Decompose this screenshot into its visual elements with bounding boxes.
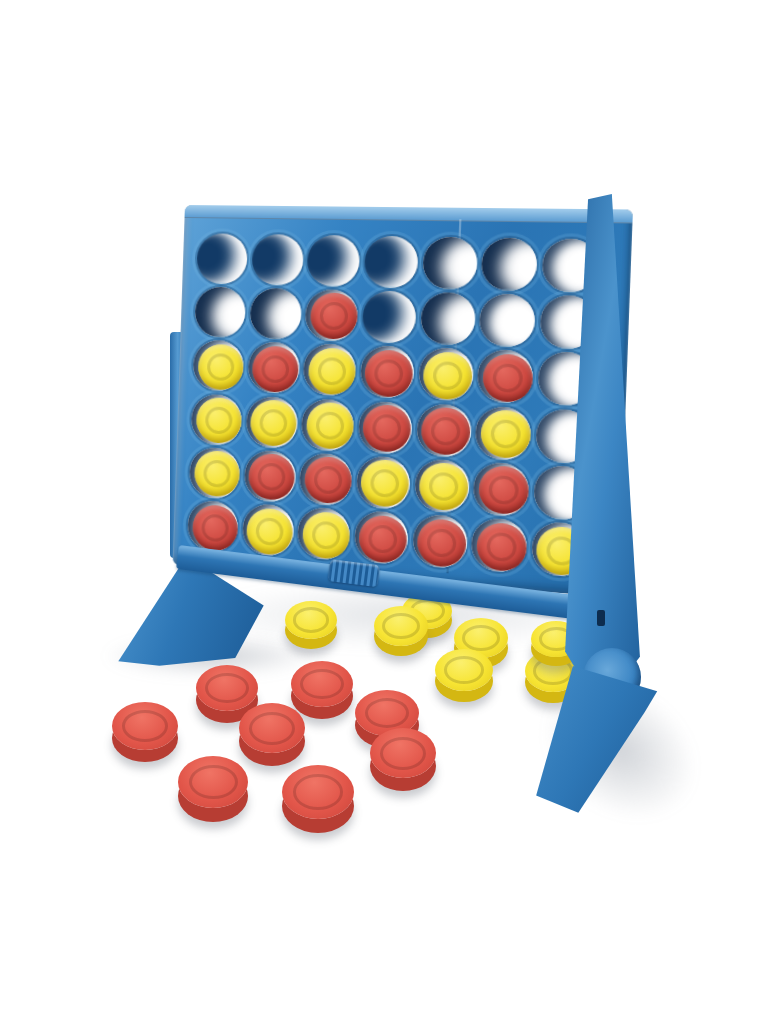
hole-occupied-r4c3 [301, 398, 355, 452]
grid-cell-r2c3[interactable] [303, 287, 361, 343]
yellow-disc-r6c2[interactable] [246, 507, 293, 556]
hole-occupied-r6c4 [354, 510, 409, 565]
hole-empty-r1c2 [251, 234, 304, 286]
hole-occupied-r6c5 [412, 514, 468, 570]
loose-red-chip-9[interactable] [291, 661, 353, 707]
grid-cell-r3c5[interactable] [416, 346, 476, 404]
grid-cell-r5c4[interactable] [354, 454, 413, 512]
grid-cell-r4c6[interactable] [472, 404, 534, 463]
hole-occupied-r3c2 [247, 342, 300, 395]
loose-yellow-chip-2[interactable] [374, 606, 428, 646]
red-disc-r5c2[interactable] [248, 453, 295, 501]
yellow-disc-r3c1[interactable] [197, 343, 244, 390]
grid-cell-r6c3[interactable] [295, 505, 353, 563]
grid-cell-r4c2[interactable] [243, 394, 300, 450]
yellow-disc-r5c4[interactable] [361, 459, 410, 508]
grid-cell-r1c2[interactable] [249, 232, 306, 287]
yellow-disc-r3c3[interactable] [308, 347, 356, 395]
yellow-disc-r4c2[interactable] [250, 399, 297, 447]
hole-occupied-r5c5 [414, 458, 470, 513]
grid-cell-r1c4[interactable] [362, 234, 421, 290]
grid-cell-r1c6[interactable] [479, 235, 541, 292]
grid-cell-r1c5[interactable] [420, 235, 480, 292]
right-post-slot [597, 610, 605, 626]
loose-yellow-chip-5[interactable] [435, 649, 493, 691]
yellow-disc-r3c5[interactable] [423, 351, 473, 400]
hole-occupied-r6c3 [297, 507, 351, 562]
hole-empty-r2c4 [362, 290, 417, 343]
hole-empty-r2c5 [420, 292, 476, 346]
red-disc-r3c4[interactable] [365, 349, 414, 397]
hole-empty-r1c3 [307, 234, 361, 286]
hole-empty-r2c1 [195, 286, 247, 338]
yellow-disc-r6c3[interactable] [302, 511, 350, 560]
hole-occupied-r3c6 [477, 349, 534, 404]
red-disc-r5c6[interactable] [478, 465, 529, 515]
hole-empty-r1c6 [481, 237, 538, 291]
grid-cell-r1c1[interactable] [194, 231, 250, 285]
red-disc-r6c5[interactable] [417, 518, 467, 568]
grid-cell-r6c5[interactable] [410, 512, 470, 571]
grid-cell-r1c3[interactable] [305, 233, 363, 289]
red-disc-r3c6[interactable] [482, 353, 533, 402]
yellow-disc-r4c1[interactable] [195, 397, 242, 444]
loose-red-chip-13[interactable] [370, 728, 436, 778]
hole-occupied-r3c5 [418, 347, 474, 401]
red-disc-r6c1[interactable] [192, 504, 239, 552]
hole-empty-r2c6 [479, 293, 536, 347]
grid-cell-r6c2[interactable] [240, 502, 297, 559]
grid-cell-r5c2[interactable] [242, 448, 299, 505]
grid-cell-r3c3[interactable] [301, 342, 359, 398]
red-disc-r2c3[interactable] [310, 293, 358, 341]
loose-red-chip-15[interactable] [282, 765, 354, 819]
loose-yellow-chip-1[interactable] [285, 601, 337, 639]
hole-occupied-r4c6 [475, 405, 532, 460]
grid-cell-r3c1[interactable] [191, 338, 247, 393]
grid-cell-r5c1[interactable] [187, 445, 243, 501]
red-disc-r6c6[interactable] [476, 521, 527, 572]
grid-cell-r2c5[interactable] [418, 290, 478, 347]
hole-occupied-r2c3 [305, 289, 359, 342]
hole-occupied-r6c6 [471, 517, 528, 573]
hole-occupied-r4c4 [358, 400, 413, 454]
yellow-disc-r4c6[interactable] [480, 409, 531, 459]
hole-empty-r2c2 [249, 288, 302, 340]
hole-occupied-r4c5 [416, 403, 472, 458]
hole-empty-r1c1 [196, 233, 248, 284]
loose-red-chip-8[interactable] [196, 665, 258, 711]
board-top-lip [185, 205, 633, 224]
grid-cell-r3c2[interactable] [245, 340, 302, 396]
hole-occupied-r4c1 [191, 393, 243, 446]
hole-occupied-r5c3 [299, 452, 353, 506]
red-disc-r4c5[interactable] [421, 407, 471, 456]
hole-occupied-r3c1 [193, 340, 245, 392]
grid-cell-r6c6[interactable] [468, 516, 529, 576]
grid-cell-r5c5[interactable] [412, 457, 472, 516]
hole-occupied-r5c1 [189, 447, 241, 500]
hole-occupied-r5c6 [473, 461, 530, 517]
grid-cell-r4c1[interactable] [189, 392, 245, 448]
hole-occupied-r5c4 [356, 455, 411, 510]
grid-cell-r4c3[interactable] [299, 396, 357, 453]
grid-cell-r5c6[interactable] [470, 460, 532, 519]
grid-cell-r4c5[interactable] [414, 401, 474, 459]
hole-occupied-r4c2 [245, 396, 298, 449]
hole-empty-r1c4 [364, 235, 419, 288]
yellow-disc-r5c1[interactable] [194, 450, 241, 498]
board-grid [185, 231, 602, 580]
red-disc-r3c2[interactable] [252, 345, 300, 392]
hole-occupied-r6c2 [242, 503, 295, 557]
loose-red-chip-11[interactable] [239, 703, 305, 753]
red-disc-r6c4[interactable] [359, 514, 408, 564]
grid-cell-r2c6[interactable] [477, 292, 539, 350]
yellow-disc-r5c5[interactable] [419, 462, 469, 512]
grid-cell-r2c4[interactable] [360, 289, 419, 346]
grid-cell-r3c4[interactable] [358, 344, 417, 401]
hole-empty-r1c5 [422, 236, 478, 289]
hole-occupied-r3c3 [303, 344, 357, 397]
grid-cell-r4c4[interactable] [356, 399, 415, 457]
hole-occupied-r5c2 [244, 449, 297, 503]
grid-cell-r5c3[interactable] [297, 451, 355, 508]
loose-red-chip-14[interactable] [178, 756, 248, 808]
loose-red-chip-10[interactable] [112, 702, 178, 750]
grid-cell-r2c1[interactable] [193, 285, 249, 340]
yellow-disc-r4c3[interactable] [306, 402, 354, 450]
grid-cell-r3c6[interactable] [475, 348, 537, 406]
grid-cell-r6c4[interactable] [352, 509, 411, 568]
hole-occupied-r3c4 [360, 345, 415, 399]
grid-cell-r2c2[interactable] [247, 286, 304, 341]
connect-four-product-photo [0, 0, 768, 1024]
red-disc-r5c3[interactable] [304, 456, 352, 505]
red-disc-r4c4[interactable] [363, 404, 412, 453]
connect-four-board [173, 205, 633, 597]
